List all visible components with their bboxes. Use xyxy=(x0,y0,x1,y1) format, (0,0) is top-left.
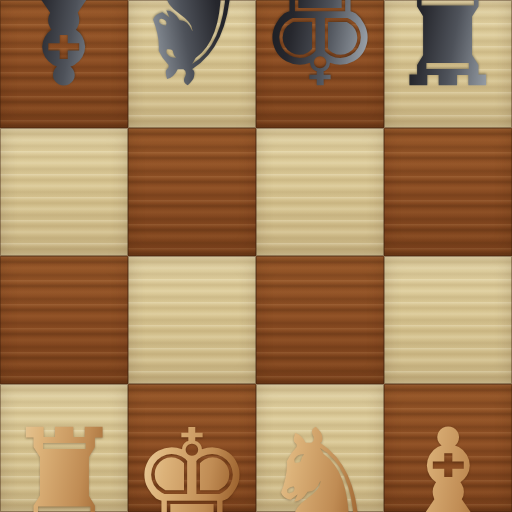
square-d2[interactable] xyxy=(384,256,512,384)
square-d1[interactable]: ♝ xyxy=(384,384,512,512)
square-a2[interactable] xyxy=(0,256,128,384)
square-d4[interactable]: ♜ xyxy=(384,0,512,128)
square-a3[interactable] xyxy=(0,128,128,256)
chess-app-view: ♝♞♚♜♜♚♞♝ xyxy=(0,0,512,512)
square-c2[interactable] xyxy=(256,256,384,384)
white-knight-piece[interactable]: ♞ xyxy=(259,411,381,512)
square-c1[interactable]: ♞ xyxy=(256,384,384,512)
square-b1[interactable]: ♚ xyxy=(128,384,256,512)
black-bishop-piece[interactable]: ♝ xyxy=(3,0,125,101)
white-rook-piece[interactable]: ♜ xyxy=(3,411,125,512)
black-king-piece[interactable]: ♚ xyxy=(259,0,381,101)
white-king-piece[interactable]: ♚ xyxy=(131,411,253,512)
black-rook-piece[interactable]: ♜ xyxy=(387,0,509,101)
black-knight-piece[interactable]: ♞ xyxy=(131,0,253,101)
square-b3[interactable] xyxy=(128,128,256,256)
square-b2[interactable] xyxy=(128,256,256,384)
square-a4[interactable]: ♝ xyxy=(0,0,128,128)
square-b4[interactable]: ♞ xyxy=(128,0,256,128)
square-c3[interactable] xyxy=(256,128,384,256)
square-a1[interactable]: ♜ xyxy=(0,384,128,512)
white-bishop-piece[interactable]: ♝ xyxy=(387,411,509,512)
square-d3[interactable] xyxy=(384,128,512,256)
chess-board: ♝♞♚♜♜♚♞♝ xyxy=(0,0,512,512)
square-c4[interactable]: ♚ xyxy=(256,0,384,128)
